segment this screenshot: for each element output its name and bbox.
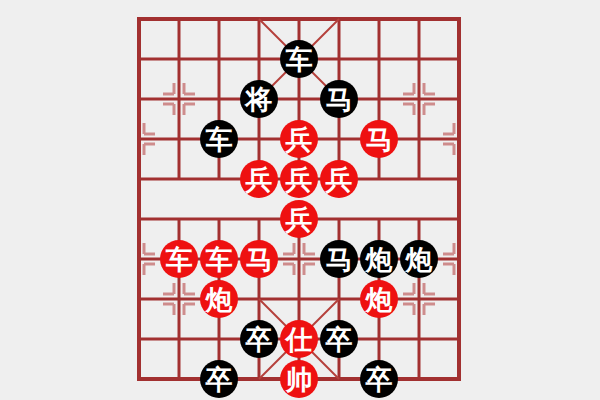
xiangqi-board[interactable]: 车将马车兵马兵兵兵兵车车马马炮炮炮炮卒仕卒卒帅卒 (119, 0, 479, 399)
red-cannon[interactable]: 炮 (200, 280, 238, 318)
black-chariot[interactable]: 车 (200, 120, 238, 158)
black-chariot[interactable]: 车 (280, 40, 318, 78)
black-horse[interactable]: 马 (320, 80, 358, 118)
xiangqi-app-screen: 车将马车兵马兵兵兵兵车车马马炮炮炮炮卒仕卒卒帅卒 (0, 0, 600, 400)
red-soldier[interactable]: 兵 (280, 200, 318, 238)
red-soldier[interactable]: 兵 (280, 160, 318, 198)
red-advisor[interactable]: 仕 (280, 320, 318, 358)
red-soldier[interactable]: 兵 (280, 120, 318, 158)
red-soldier[interactable]: 兵 (320, 160, 358, 198)
black-soldier[interactable]: 卒 (240, 320, 278, 358)
black-soldier[interactable]: 卒 (360, 360, 398, 398)
red-horse[interactable]: 马 (360, 120, 398, 158)
red-chariot[interactable]: 车 (160, 240, 198, 278)
red-soldier[interactable]: 兵 (240, 160, 278, 198)
red-general[interactable]: 帅 (280, 360, 318, 398)
red-chariot[interactable]: 车 (200, 240, 238, 278)
red-cannon[interactable]: 炮 (360, 280, 398, 318)
red-horse[interactable]: 马 (240, 240, 278, 278)
black-soldier[interactable]: 卒 (200, 360, 238, 398)
black-general[interactable]: 将 (240, 80, 278, 118)
black-horse[interactable]: 马 (320, 240, 358, 278)
black-cannon[interactable]: 炮 (360, 240, 398, 278)
black-soldier[interactable]: 卒 (320, 320, 358, 358)
black-cannon[interactable]: 炮 (400, 240, 438, 278)
